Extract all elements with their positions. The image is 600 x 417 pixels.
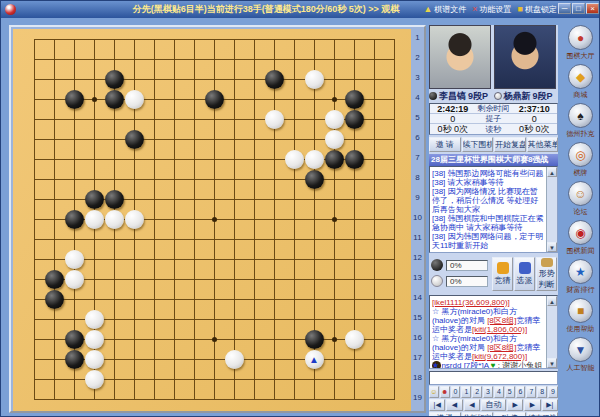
quick-number-row: ☺☻0123456789: [429, 386, 558, 398]
number-button-0[interactable]: 0: [451, 386, 461, 398]
number-button-3[interactable]: 3: [483, 386, 493, 398]
scroll-up-icon[interactable]: ▲: [547, 296, 557, 306]
row-label: 15: [411, 308, 424, 328]
white-player-name: 杨鼎新 9段P: [494, 90, 559, 102]
chat-line: ★ nsrdd [7段*]A ♥ : 谢谢小兔姐姐: [432, 361, 544, 369]
winrate-button-label: 形势判断: [537, 268, 556, 290]
app-icon: [5, 4, 16, 15]
white-stone-last-move: ▲: [305, 350, 324, 369]
bottom-button-2[interactable]: 分析研究: [462, 412, 494, 417]
toolbar-icon: ●: [568, 25, 593, 50]
toolbar-icon: ▼: [568, 337, 593, 362]
white-stone: [325, 110, 344, 129]
number-button-9[interactable]: 9: [548, 386, 558, 398]
white-stone-icon: [494, 92, 502, 100]
emoji-button-1[interactable]: ☺: [429, 386, 439, 398]
broadcast-panel: [38] 韩国那边网络可能有些问题[38] 请大家稍事等待[38] 因为网络情况…: [429, 166, 558, 253]
chat-text: ♥: [489, 361, 498, 369]
toolbar-icon-glyph: ☺: [574, 187, 586, 201]
white-winrate-bar: 0%: [446, 276, 488, 287]
black-stone-icon: [429, 92, 437, 100]
forward-button[interactable]: ▶: [507, 399, 523, 411]
chat-link[interactable]: [8区8组]: [487, 343, 516, 352]
number-button-2[interactable]: 2: [472, 386, 482, 398]
winrate-bars: 0% 0%: [429, 255, 491, 293]
back-10-button[interactable]: ◀: [446, 399, 462, 411]
chat-link[interactable]: [8区8组]: [487, 316, 516, 325]
minimize-button[interactable]: ─: [558, 3, 571, 14]
toolbar-icon-glyph: ◉: [575, 226, 585, 240]
chat-line: [ikel1111(36,609,800)]: [432, 298, 544, 307]
toolbar-icon: ◆: [568, 64, 593, 89]
black-stone: [105, 90, 124, 109]
window-title: 分先(黑棋贴6目半)当前进行38手(普通模式180分/60秒 5次) >> 观棋: [121, 3, 411, 16]
bottom-button-row: 进 退分析研究叫 停结束观战: [429, 412, 558, 417]
emoji-button-2[interactable]: ☻: [440, 386, 450, 398]
toolbar-icon-glyph: ●: [577, 31, 584, 45]
toolbar-icon-glyph: ★: [575, 265, 586, 279]
number-button-1[interactable]: 1: [461, 386, 471, 398]
side-panel: 李昌镐 9段P 杨鼎新 9段P 2:42:19 剩余时间 2:37:10 0 提…: [429, 25, 558, 417]
event-title-bar: 28届三星杯世界围棋大师赛8强战: [429, 154, 558, 166]
menu-item-icon: ×: [472, 5, 477, 14]
scroll-up-icon[interactable]: ▲: [547, 167, 557, 177]
menu-item-3[interactable]: ■棋盘锁定: [518, 4, 557, 15]
black-stone: [325, 150, 344, 169]
bottom-button-1[interactable]: 进 退: [429, 412, 461, 417]
replay-nav-row: |◀◀◀自动▶▶▶|: [429, 399, 558, 411]
black-time: 2:42:19: [430, 104, 476, 114]
go-client-window: 分先(黑棋贴6目半)当前进行38手(普通模式180分/60秒 5次) >> 观棋…: [0, 0, 600, 417]
action-button-1[interactable]: 邀 请: [429, 137, 461, 152]
toolbar-item-label: 围棋大厅: [567, 51, 595, 61]
white-stone: [345, 330, 364, 349]
row-label: 10: [411, 208, 424, 228]
number-button-8[interactable]: 8: [537, 386, 547, 398]
star-point: [92, 97, 97, 102]
chat-link[interactable]: [kiti(9,672,800)]: [472, 352, 527, 361]
toolbar-item-label: 德州扑克: [567, 129, 595, 139]
white-stone: [325, 130, 344, 149]
chat-line: ☆ 黑方(miracle0)和白方(halove)的对局 [8区8组]竞猜幸运中…: [432, 307, 544, 334]
winrate-button-label: 选派: [517, 275, 533, 286]
white-stone: [265, 110, 284, 129]
white-stone: [305, 70, 324, 89]
last-move-button[interactable]: ▶|: [542, 399, 558, 411]
row-label: 9: [411, 188, 424, 208]
white-stone: [65, 250, 84, 269]
toolbar-item-1[interactable]: ●围棋大厅: [567, 25, 595, 61]
row-label: 19: [411, 388, 424, 408]
black-stone: [345, 110, 364, 129]
chat-scrollbar[interactable]: ▲ ▼: [546, 296, 557, 368]
menu-item-label: 棋盘锁定: [525, 4, 557, 15]
black-stone: [125, 130, 144, 149]
winrate-button-icon: [497, 262, 509, 274]
number-button-4[interactable]: 4: [494, 386, 504, 398]
window-controls: ─ □ ×: [558, 3, 599, 14]
number-button-5[interactable]: 5: [505, 386, 515, 398]
scroll-down-icon[interactable]: ▼: [547, 358, 557, 368]
toolbar-item-2[interactable]: ◆商城: [568, 64, 593, 100]
row-label: 4: [411, 88, 424, 108]
row-label: 17: [411, 348, 424, 368]
row-label: 7: [411, 148, 424, 168]
black-stone: [65, 350, 84, 369]
broadcast-line: [38] 请大家稍事等待: [432, 178, 544, 187]
row-label: 18: [411, 368, 424, 388]
menu-item-label: 棋谱文件: [434, 4, 466, 15]
chat-line: ☆ 黑方(miracle0)和白方(halove)的对局 [8区8组]竞猜幸运中…: [432, 334, 544, 361]
toolbar-item-label: 使用帮助: [567, 324, 595, 334]
toolbar-icon: ■: [568, 298, 593, 323]
back-button[interactable]: ◀: [464, 399, 480, 411]
white-stone: [85, 210, 104, 229]
broadcast-messages: [38] 韩国那边网络可能有些问题[38] 请大家稍事等待[38] 因为网络情况…: [431, 168, 545, 253]
black-stone: [205, 90, 224, 109]
black-stone-icon: [431, 259, 443, 271]
toolbar-item-label: 财富排行: [567, 285, 595, 295]
row-label: 6: [411, 128, 424, 148]
toolbar-item-label: 人工智能: [567, 363, 595, 373]
toolbar-icon-glyph: ♠: [577, 109, 583, 123]
toolbar-item-3[interactable]: ♠德州扑克: [567, 103, 595, 139]
black-stone: [65, 210, 84, 229]
black-stone: [45, 290, 64, 309]
toolbar-item-6[interactable]: ◉围棋新闻: [567, 220, 595, 256]
black-byoyomi: 0秒 0次: [430, 123, 476, 136]
chat-link[interactable]: [ikel1111(36,609,800)]: [432, 298, 510, 307]
first-move-button[interactable]: |◀: [429, 399, 445, 411]
black-stone: [65, 90, 84, 109]
black-stone: [345, 90, 364, 109]
byoyomi-label: 读秒: [476, 124, 512, 135]
chat-panel: [ikel1111(36,609,800)]☆ 黑方(miracle0)和白方(…: [429, 295, 558, 369]
bottom-button-3[interactable]: 叫 停: [494, 412, 526, 417]
menu-item-icon: ■: [518, 5, 523, 14]
winrate-button-1[interactable]: 竞猜: [492, 257, 513, 291]
broadcast-scrollbar[interactable]: ▲ ▼: [546, 167, 557, 252]
toolbar-icon: ◉: [568, 220, 593, 245]
black-stone: [305, 330, 324, 349]
winrate-button-icon: [519, 262, 531, 274]
chat-text: ★: [432, 361, 441, 369]
row-label: 8: [411, 168, 424, 188]
chat-link[interactable]: [kiti(1,806,000)]: [472, 325, 527, 334]
white-stone: [225, 350, 244, 369]
toolbar-icon-glyph: ◆: [576, 70, 585, 84]
forward-10-button[interactable]: ▶: [524, 399, 540, 411]
black-player-photo: [429, 25, 491, 89]
star-point: [332, 97, 337, 102]
action-button-row: 邀 请续下围棋开始复盘其他菜单: [429, 137, 558, 152]
black-stone: [345, 150, 364, 169]
right-toolbar: ●围棋大厅◆商城♠德州扑克◎棋牌☺论坛◉围棋新闻★财富排行■使用帮助▼人工智能: [560, 23, 600, 417]
toolbar-icon: ☺: [568, 181, 593, 206]
white-stone: [125, 90, 144, 109]
player-names: 李昌镐 9段P 杨鼎新 9段P: [429, 90, 558, 102]
row-label: 11: [411, 228, 424, 248]
close-button[interactable]: ×: [586, 3, 599, 14]
row-label: 5: [411, 108, 424, 128]
toolbar-item-8[interactable]: ■使用帮助: [567, 298, 595, 334]
broadcast-line: [38] 韩国那边网络可能有些问题: [432, 169, 544, 178]
toolbar-item-label: 棋牌: [574, 168, 588, 178]
row-label: 3: [411, 68, 424, 88]
white-time: 2:37:10: [512, 104, 558, 114]
toolbar-item-4[interactable]: ◎棋牌: [568, 142, 593, 178]
white-stone: [85, 350, 104, 369]
toolbar-icon: ◎: [568, 142, 593, 167]
board-panel: ▲ 12345678910111213141516171819: [9, 25, 426, 413]
maximize-button[interactable]: □: [572, 3, 585, 14]
action-button-3[interactable]: 开始复盘: [494, 137, 526, 152]
winrate-buttons: 竞猜选派形势判断: [491, 255, 558, 293]
black-stone: [105, 70, 124, 89]
star-point: [332, 337, 337, 342]
menu-item-label: 功能设置: [480, 4, 512, 15]
broadcast-line: [38] 因为网络情况 比赛现在暂停了，稍后什么情况 等处理好 后再告知大家: [432, 187, 544, 214]
white-stone: [65, 270, 84, 289]
auto-play-button[interactable]: 自动: [481, 399, 506, 411]
player-photos: [429, 25, 558, 89]
bottom-button-4[interactable]: 结束观战: [527, 412, 559, 417]
row-label: 13: [411, 268, 424, 288]
toolbar-icon-glyph: ◎: [575, 148, 585, 162]
black-stone: [85, 190, 104, 209]
winrate-button-3[interactable]: 形势判断: [536, 257, 557, 291]
row-label: 1: [411, 28, 424, 48]
winrate-button-label: 竞猜: [495, 275, 511, 286]
white-stone: [285, 150, 304, 169]
white-stone-icon: [431, 275, 443, 287]
white-player-photo: [494, 25, 556, 89]
winrate-button-2[interactable]: 选派: [514, 257, 535, 291]
toolbar-icon: ♠: [568, 103, 593, 128]
white-stone: [125, 210, 144, 229]
toolbar-item-7[interactable]: ★财富排行: [567, 259, 595, 295]
menu-item-2[interactable]: ×功能设置: [472, 4, 511, 15]
star-point: [212, 217, 217, 222]
black-stone: [305, 170, 324, 189]
number-button-6[interactable]: 6: [516, 386, 526, 398]
action-button-2[interactable]: 续下围棋: [462, 137, 494, 152]
broadcast-line: [38] 因为韩国网络问题，定于明天11时重新开始: [432, 232, 544, 250]
white-stone: [305, 150, 324, 169]
last-move-marker-icon: ▲: [305, 351, 324, 368]
white-byoyomi: 0秒 0次: [512, 123, 558, 136]
black-stone: [65, 330, 84, 349]
white-stone: [85, 370, 104, 389]
star-point: [212, 337, 217, 342]
toolbar-icon-glyph: ■: [577, 304, 584, 318]
row-label: 16: [411, 328, 424, 348]
toolbar-item-label: 论坛: [574, 207, 588, 217]
black-stone: [105, 190, 124, 209]
black-stone: [265, 70, 284, 89]
action-button-4[interactable]: 其他菜单: [527, 137, 559, 152]
black-player-name: 李昌镐 9段P: [429, 90, 494, 102]
toolbar-item-label: 围棋新闻: [567, 246, 595, 256]
winrate-button-icon: [541, 258, 553, 267]
clock-panel: 2:42:19 剩余时间 2:37:10 0 提子 0 0秒 0次 读秒 0秒 …: [429, 103, 558, 135]
goban[interactable]: ▲: [13, 29, 413, 411]
captures-label: 提子: [476, 113, 512, 124]
chat-messages: [ikel1111(36,609,800)]☆ 黑方(miracle0)和白方(…: [431, 297, 545, 369]
winrate-panel: 0% 0% 竞猜选派形势判断: [429, 255, 558, 293]
title-bar: 分先(黑棋贴6目半)当前进行38手(普通模式180分/60秒 5次) >> 观棋…: [1, 1, 600, 18]
broadcast-line: [38] 韩国棋院和中国棋院正在紧急协商中 请大家稍事等待: [432, 214, 544, 232]
row-label: 14: [411, 288, 424, 308]
menu-item-1[interactable]: ▲棋谱文件: [423, 4, 466, 15]
white-stone: [105, 210, 124, 229]
menu-item-icon: ▲: [423, 5, 432, 14]
row-label: 12: [411, 248, 424, 268]
toolbar-item-9[interactable]: ▼人工智能: [567, 337, 595, 373]
row-label: 2: [411, 48, 424, 68]
black-winrate-bar: 0%: [446, 260, 488, 271]
number-button-7[interactable]: 7: [526, 386, 536, 398]
row-coordinate-labels: 12345678910111213141516171819: [411, 27, 424, 411]
titlebar-menu: ▲棋谱文件×功能设置■棋盘锁定: [423, 2, 557, 17]
white-stone: [85, 330, 104, 349]
go-grid[interactable]: ▲: [24, 29, 404, 409]
toolbar-icon: ★: [568, 259, 593, 284]
chat-input[interactable]: [429, 371, 558, 385]
scroll-down-icon[interactable]: ▼: [547, 242, 557, 252]
toolbar-icon-glyph: ▼: [575, 343, 587, 357]
white-stone: [85, 310, 104, 329]
toolbar-item-label: 商城: [574, 90, 588, 100]
black-stone: [45, 270, 64, 289]
toolbar-item-5[interactable]: ☺论坛: [568, 181, 593, 217]
chat-link[interactable]: nsrdd [7段*]A: [441, 361, 488, 369]
star-point: [332, 217, 337, 222]
